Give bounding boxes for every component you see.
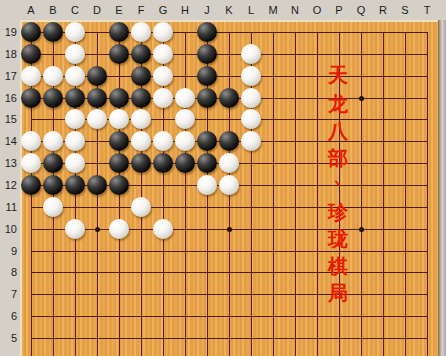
grid-line-vertical [405,32,406,356]
stone-white-f11[interactable] [131,197,151,217]
puzzle-title-char: 局 [327,282,349,304]
stone-white-e15[interactable] [109,109,129,129]
grid-line-horizontal [31,338,428,339]
stone-white-c15[interactable] [65,109,85,129]
row-label-7: 7 [0,287,18,301]
stone-black-c12[interactable] [65,175,85,195]
stone-white-g16[interactable] [153,88,173,108]
stone-white-a14[interactable] [21,131,41,151]
stone-black-e12[interactable] [109,175,129,195]
column-label-c: C [67,3,83,18]
column-label-p: P [331,3,347,18]
column-label-e: E [111,3,127,18]
stone-white-l18[interactable] [241,44,261,64]
column-label-l: L [243,3,259,18]
stone-white-l17[interactable] [241,66,261,86]
column-label-q: Q [353,3,369,18]
column-label-o: O [309,3,325,18]
board-edge-shadow [438,20,446,356]
stone-black-h13[interactable] [175,153,195,173]
column-label-a: A [23,3,39,18]
stone-white-c17[interactable] [65,66,85,86]
grid-line-horizontal [31,54,428,55]
stone-white-h16[interactable] [175,88,195,108]
stone-black-b16[interactable] [43,88,63,108]
grid-line-horizontal [31,207,428,208]
row-label-8: 8 [0,265,18,279]
column-label-r: R [375,3,391,18]
column-label-j: J [199,3,215,18]
stone-white-k12[interactable] [219,175,239,195]
row-label-10: 10 [0,222,18,236]
puzzle-title-char: 珍 [327,201,349,223]
stone-black-j13[interactable] [197,153,217,173]
stone-black-j18[interactable] [197,44,217,64]
star-point [227,227,232,232]
row-label-16: 16 [0,91,18,105]
stone-white-c18[interactable] [65,44,85,64]
stone-black-b13[interactable] [43,153,63,173]
column-label-m: M [265,3,281,18]
stone-black-d12[interactable] [87,175,107,195]
stone-black-b19[interactable] [43,22,63,42]
stone-black-e16[interactable] [109,88,129,108]
column-label-h: H [177,3,193,18]
star-point [359,227,364,232]
stone-white-c14[interactable] [65,131,85,151]
puzzle-title-char: 龙 [327,93,349,115]
row-label-5: 5 [0,331,18,345]
stone-white-d15[interactable] [87,109,107,129]
stone-white-c10[interactable] [65,219,85,239]
column-label-n: N [287,3,303,18]
column-label-k: K [221,3,237,18]
grid-line-vertical [361,32,362,356]
stone-white-l15[interactable] [241,109,261,129]
column-label-t: T [419,3,435,18]
stone-black-e18[interactable] [109,44,129,64]
row-label-19: 19 [0,25,18,39]
stone-black-e13[interactable] [109,153,129,173]
grid-line-vertical [383,32,384,356]
stone-white-l14[interactable] [241,131,261,151]
stone-black-a12[interactable] [21,175,41,195]
row-label-13: 13 [0,156,18,170]
grid-line-vertical [185,32,186,356]
grid-line-vertical [427,32,428,356]
column-label-b: B [45,3,61,18]
stone-white-k13[interactable] [219,153,239,173]
grid-line-horizontal [31,251,428,252]
stone-white-h14[interactable] [175,131,195,151]
stone-white-j12[interactable] [197,175,217,195]
stone-black-c16[interactable] [65,88,85,108]
stone-black-j16[interactable] [197,88,217,108]
grid-line-vertical [273,32,274,356]
row-label-11: 11 [0,200,18,214]
row-label-18: 18 [0,47,18,61]
stone-white-f15[interactable] [131,109,151,129]
go-board[interactable]: 天龙八部丶珍珑棋局 [20,20,438,356]
stone-black-a16[interactable] [21,88,41,108]
star-point [359,96,364,101]
row-label-9: 9 [0,244,18,258]
stone-white-c13[interactable] [65,153,85,173]
stone-black-d16[interactable] [87,88,107,108]
grid-line-vertical [295,32,296,356]
stone-white-a13[interactable] [21,153,41,173]
stone-black-j19[interactable] [197,22,217,42]
stone-white-e10[interactable] [109,219,129,239]
stone-white-c19[interactable] [65,22,85,42]
stone-white-g18[interactable] [153,44,173,64]
grid-line-horizontal [31,32,428,33]
column-label-f: F [133,3,149,18]
stone-black-f16[interactable] [131,88,151,108]
stone-black-k16[interactable] [219,88,239,108]
grid-line-vertical [317,32,318,356]
column-label-g: G [155,3,171,18]
puzzle-title-char: 八 [327,120,349,142]
stone-white-g19[interactable] [153,22,173,42]
stone-black-e19[interactable] [109,22,129,42]
stone-black-d17[interactable] [87,66,107,86]
puzzle-title-char: 天 [327,64,349,86]
stone-white-f19[interactable] [131,22,151,42]
stone-white-g14[interactable] [153,131,173,151]
grid-line-horizontal [31,294,428,295]
row-label-17: 17 [0,69,18,83]
stone-black-g13[interactable] [153,153,173,173]
grid-line-horizontal [31,316,428,317]
puzzle-title-char: 棋 [327,255,349,277]
go-app-window: ABCDEFGHJKLMNOPQRST 19181716151413121110… [0,0,446,356]
column-label-d: D [89,3,105,18]
stone-white-b11[interactable] [43,197,63,217]
stone-black-j17[interactable] [197,66,217,86]
stone-white-b17[interactable] [43,66,63,86]
stone-black-a18[interactable] [21,44,41,64]
stone-black-f18[interactable] [131,44,151,64]
stone-white-l16[interactable] [241,88,261,108]
stone-white-f14[interactable] [131,131,151,151]
stone-black-e14[interactable] [109,131,129,151]
stone-black-b12[interactable] [43,175,63,195]
puzzle-title-char: 部 [327,147,349,169]
stone-black-k14[interactable] [219,131,239,151]
stone-black-f13[interactable] [131,153,151,173]
stone-black-j14[interactable] [197,131,217,151]
puzzle-title-char: 丶 [327,174,349,196]
row-label-12: 12 [0,178,18,192]
stone-black-f17[interactable] [131,66,151,86]
stone-white-g17[interactable] [153,66,173,86]
stone-white-g10[interactable] [153,219,173,239]
stone-white-b14[interactable] [43,131,63,151]
stone-white-h15[interactable] [175,109,195,129]
row-label-15: 15 [0,112,18,126]
stone-black-a19[interactable] [21,22,41,42]
column-label-s: S [397,3,413,18]
star-point [95,227,100,232]
stone-white-a17[interactable] [21,66,41,86]
puzzle-title-char: 珑 [327,228,349,250]
row-label-6: 6 [0,309,18,323]
grid-line-horizontal [31,272,428,273]
row-label-14: 14 [0,134,18,148]
